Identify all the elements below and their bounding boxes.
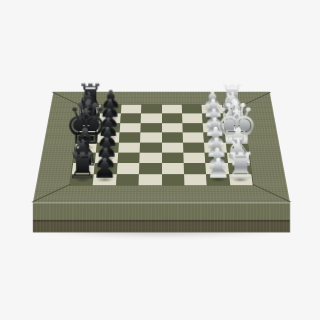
- square-6-3[interactable]: [139, 163, 161, 174]
- scene: ♜♟♟♜♞♟♟♞♝♟♟♝♛♟♟♛♚♟♟♚♝♟♟♝♞♟♟♞♜♟♟♜: [0, 0, 320, 320]
- box-front-face: [33, 203, 290, 233]
- square-5-2[interactable]: [117, 153, 139, 164]
- square-7-0[interactable]: ♜: [70, 174, 94, 185]
- chess-board-box-lid: ♜♟♟♜♞♟♟♞♝♟♟♝♛♟♟♛♚♟♟♚♝♟♟♝♞♟♟♞♜♟♟♜: [33, 92, 290, 203]
- square-7-3[interactable]: [139, 174, 162, 185]
- square-6-2[interactable]: [117, 163, 140, 174]
- piece-black-rook[interactable]: ♜: [70, 174, 94, 185]
- square-2-2[interactable]: [119, 123, 140, 133]
- square-7-2[interactable]: [116, 174, 139, 185]
- square-4-4[interactable]: [161, 143, 183, 153]
- square-1-2[interactable]: [120, 114, 141, 123]
- square-7-7[interactable]: ♜: [229, 174, 253, 185]
- square-0-2[interactable]: [121, 105, 142, 114]
- board-grid: ♜♟♟♜♞♟♟♞♝♟♟♝♛♟♟♛♚♟♟♚♝♟♟♝♞♟♟♞♜♟♟♜: [70, 105, 252, 186]
- square-6-4[interactable]: [161, 163, 183, 174]
- square-2-3[interactable]: [140, 123, 161, 133]
- square-3-5[interactable]: [183, 133, 205, 143]
- square-0-3[interactable]: [141, 105, 161, 114]
- black-rook-icon: ♜: [66, 149, 98, 181]
- white-rook-icon: ♜: [225, 149, 257, 181]
- square-1-3[interactable]: [141, 114, 162, 123]
- square-2-5[interactable]: [182, 123, 203, 133]
- piece-white-rook[interactable]: ♜: [229, 174, 253, 185]
- square-3-4[interactable]: [162, 133, 183, 143]
- square-0-5[interactable]: [182, 105, 203, 114]
- square-7-4[interactable]: [161, 174, 184, 185]
- square-4-5[interactable]: [183, 143, 205, 153]
- miter-seam-front-left: [31, 184, 71, 203]
- square-7-5[interactable]: [184, 174, 207, 185]
- square-3-2[interactable]: [119, 133, 141, 143]
- miter-seam-front-right: [252, 184, 292, 203]
- square-5-3[interactable]: [139, 153, 161, 164]
- square-1-4[interactable]: [162, 114, 183, 123]
- square-1-5[interactable]: [182, 114, 203, 123]
- square-5-4[interactable]: [161, 153, 183, 164]
- square-6-5[interactable]: [184, 163, 207, 174]
- product-photo: ♜♟♟♜♞♟♟♞♝♟♟♝♛♟♟♛♚♟♟♚♝♟♟♝♞♟♟♞♜♟♟♜: [0, 0, 320, 320]
- square-4-2[interactable]: [118, 143, 140, 153]
- square-3-3[interactable]: [140, 133, 161, 143]
- square-5-5[interactable]: [183, 153, 205, 164]
- square-4-3[interactable]: [140, 143, 162, 153]
- square-0-4[interactable]: [162, 105, 182, 114]
- square-2-4[interactable]: [162, 123, 183, 133]
